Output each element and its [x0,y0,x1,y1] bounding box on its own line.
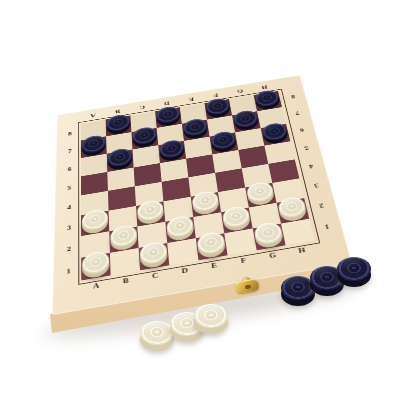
dark-piece-f6[interactable] [210,130,237,150]
white-piece-b2[interactable] [110,224,137,248]
dark-piece-a7[interactable] [82,134,106,154]
white-piece-a3[interactable] [82,208,108,232]
scene: AABBCCDDEEFFGGHH1122334455667788 [0,0,400,400]
dark-piece-e7[interactable] [182,117,208,137]
tray-white-piece-3[interactable] [194,304,228,335]
white-piece-d2[interactable] [166,214,194,238]
dark-piece-c7[interactable] [132,126,157,146]
white-piece-g1[interactable] [253,221,284,246]
tray-dark-piece-3[interactable] [337,257,371,288]
white-piece-c3[interactable] [137,199,164,222]
dark-piece-g7[interactable] [232,109,259,129]
white-piece-g3[interactable] [246,180,275,203]
white-piece-a1[interactable] [82,250,109,276]
dark-piece-f8[interactable] [205,97,231,116]
white-piece-e3[interactable] [191,190,219,213]
dark-piece-b8[interactable] [106,113,130,132]
dark-piece-b6[interactable] [107,147,132,168]
white-piece-h2[interactable] [277,196,307,220]
white-piece-c1[interactable] [139,240,168,265]
white-piece-f2[interactable] [222,205,251,229]
dark-piece-h6[interactable] [261,122,289,142]
dark-piece-h8[interactable] [254,89,280,108]
tray-white-piece-1[interactable] [140,321,174,352]
dark-piece-d6[interactable] [159,139,185,160]
dark-piece-d8[interactable] [156,105,181,124]
white-piece-e1[interactable] [196,231,226,256]
